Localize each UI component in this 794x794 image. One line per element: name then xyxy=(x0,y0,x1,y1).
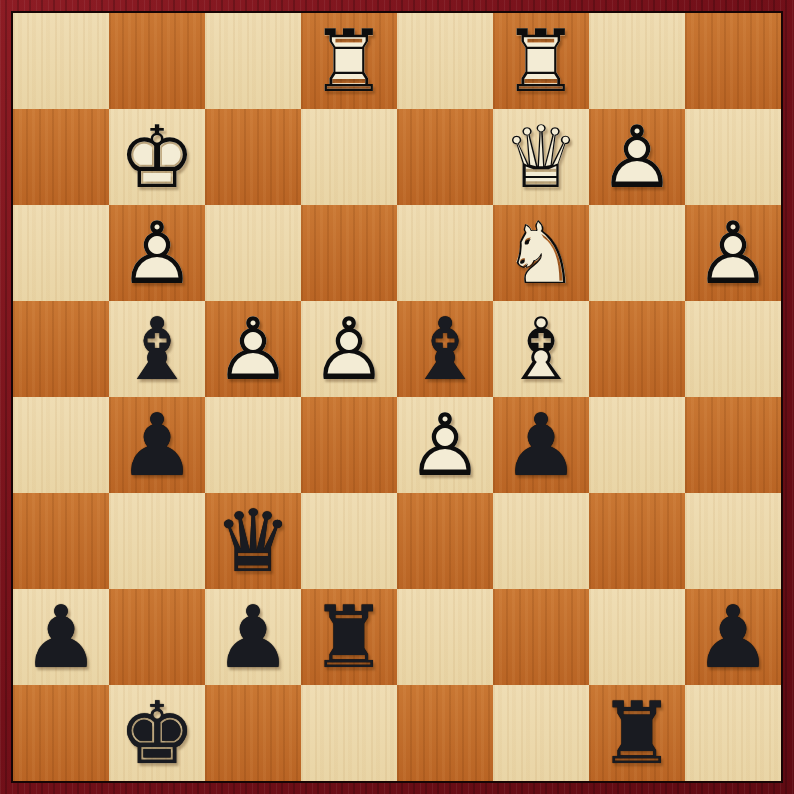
square-f7[interactable]: ♛♕ xyxy=(493,109,589,205)
black-bishop-glyph: ♝ xyxy=(397,301,493,397)
square-h2[interactable]: ♟ xyxy=(685,589,781,685)
white-rook-outline: ♖ xyxy=(493,13,589,109)
black-pawn-glyph: ♟ xyxy=(205,589,301,685)
white-bishop-outline: ♗ xyxy=(493,301,589,397)
white-rook[interactable]: ♜♖ xyxy=(493,13,589,109)
square-d7[interactable] xyxy=(301,109,397,205)
black-bishop-glyph: ♝ xyxy=(109,301,205,397)
black-bishop[interactable]: ♝ xyxy=(109,301,205,397)
white-bishop[interactable]: ♝♗ xyxy=(493,301,589,397)
square-d4[interactable] xyxy=(301,397,397,493)
white-pawn[interactable]: ♟♙ xyxy=(301,301,397,397)
square-f4[interactable]: ♟ xyxy=(493,397,589,493)
square-d5[interactable]: ♟♙ xyxy=(301,301,397,397)
square-f6[interactable]: ♞♘ xyxy=(493,205,589,301)
square-g2[interactable] xyxy=(589,589,685,685)
square-c7[interactable] xyxy=(205,109,301,205)
square-b7[interactable]: ♚♔ xyxy=(109,109,205,205)
black-pawn-glyph: ♟ xyxy=(109,397,205,493)
black-bishop[interactable]: ♝ xyxy=(397,301,493,397)
board-frame: ♜♖♜♖♚♔♛♕♟♙♟♙♞♘♟♙♝♟♙♟♙♝♝♗♟♟♙♟♛♟♟♜♟♚♜ xyxy=(0,0,794,794)
square-d1[interactable] xyxy=(301,685,397,781)
square-b1[interactable]: ♚ xyxy=(109,685,205,781)
black-rook[interactable]: ♜ xyxy=(301,589,397,685)
square-h7[interactable] xyxy=(685,109,781,205)
square-g6[interactable] xyxy=(589,205,685,301)
square-a3[interactable] xyxy=(13,493,109,589)
black-pawn-glyph: ♟ xyxy=(493,397,589,493)
square-h8[interactable] xyxy=(685,13,781,109)
black-queen[interactable]: ♛ xyxy=(205,493,301,589)
square-a2[interactable]: ♟ xyxy=(13,589,109,685)
square-d2[interactable]: ♜ xyxy=(301,589,397,685)
black-king-glyph: ♚ xyxy=(109,685,205,781)
square-c4[interactable] xyxy=(205,397,301,493)
square-b2[interactable] xyxy=(109,589,205,685)
square-e6[interactable] xyxy=(397,205,493,301)
square-d3[interactable] xyxy=(301,493,397,589)
square-c8[interactable] xyxy=(205,13,301,109)
square-f2[interactable] xyxy=(493,589,589,685)
square-a8[interactable] xyxy=(13,13,109,109)
square-g5[interactable] xyxy=(589,301,685,397)
black-rook[interactable]: ♜ xyxy=(589,685,685,781)
white-knight[interactable]: ♞♘ xyxy=(493,205,589,301)
square-e1[interactable] xyxy=(397,685,493,781)
square-c1[interactable] xyxy=(205,685,301,781)
white-pawn[interactable]: ♟♙ xyxy=(109,205,205,301)
white-pawn-outline: ♙ xyxy=(301,301,397,397)
black-pawn[interactable]: ♟ xyxy=(205,589,301,685)
white-pawn[interactable]: ♟♙ xyxy=(397,397,493,493)
black-pawn[interactable]: ♟ xyxy=(109,397,205,493)
square-e4[interactable]: ♟♙ xyxy=(397,397,493,493)
square-e2[interactable] xyxy=(397,589,493,685)
black-pawn-glyph: ♟ xyxy=(13,589,109,685)
square-b8[interactable] xyxy=(109,13,205,109)
square-c6[interactable] xyxy=(205,205,301,301)
white-pawn[interactable]: ♟♙ xyxy=(205,301,301,397)
square-c2[interactable]: ♟ xyxy=(205,589,301,685)
chess-board: ♜♖♜♖♚♔♛♕♟♙♟♙♞♘♟♙♝♟♙♟♙♝♝♗♟♟♙♟♛♟♟♜♟♚♜ xyxy=(13,13,781,781)
square-e8[interactable] xyxy=(397,13,493,109)
square-c3[interactable]: ♛ xyxy=(205,493,301,589)
square-f3[interactable] xyxy=(493,493,589,589)
square-a1[interactable] xyxy=(13,685,109,781)
square-a5[interactable] xyxy=(13,301,109,397)
square-f1[interactable] xyxy=(493,685,589,781)
square-f5[interactable]: ♝♗ xyxy=(493,301,589,397)
square-h4[interactable] xyxy=(685,397,781,493)
square-g7[interactable]: ♟♙ xyxy=(589,109,685,205)
white-pawn[interactable]: ♟♙ xyxy=(589,109,685,205)
white-pawn-outline: ♙ xyxy=(205,301,301,397)
board-inner-rim: ♜♖♜♖♚♔♛♕♟♙♟♙♞♘♟♙♝♟♙♟♙♝♝♗♟♟♙♟♛♟♟♜♟♚♜ xyxy=(11,11,783,783)
square-g8[interactable] xyxy=(589,13,685,109)
square-d6[interactable] xyxy=(301,205,397,301)
white-king[interactable]: ♚♔ xyxy=(109,109,205,205)
white-pawn-outline: ♙ xyxy=(109,205,205,301)
black-rook-glyph: ♜ xyxy=(589,685,685,781)
square-h1[interactable] xyxy=(685,685,781,781)
white-king-outline: ♔ xyxy=(109,109,205,205)
white-pawn-outline: ♙ xyxy=(397,397,493,493)
black-pawn[interactable]: ♟ xyxy=(685,589,781,685)
square-g1[interactable]: ♜ xyxy=(589,685,685,781)
square-e7[interactable] xyxy=(397,109,493,205)
square-b6[interactable]: ♟♙ xyxy=(109,205,205,301)
white-pawn-outline: ♙ xyxy=(589,109,685,205)
white-knight-outline: ♘ xyxy=(493,205,589,301)
black-pawn[interactable]: ♟ xyxy=(13,589,109,685)
square-a7[interactable] xyxy=(13,109,109,205)
white-rook-outline: ♖ xyxy=(301,13,397,109)
square-b4[interactable]: ♟ xyxy=(109,397,205,493)
square-c5[interactable]: ♟♙ xyxy=(205,301,301,397)
square-e5[interactable]: ♝ xyxy=(397,301,493,397)
black-rook-glyph: ♜ xyxy=(301,589,397,685)
white-rook[interactable]: ♜♖ xyxy=(301,13,397,109)
square-e3[interactable] xyxy=(397,493,493,589)
square-h3[interactable] xyxy=(685,493,781,589)
white-queen-outline: ♕ xyxy=(493,109,589,205)
white-pawn-outline: ♙ xyxy=(685,205,781,301)
square-h5[interactable] xyxy=(685,301,781,397)
black-queen-glyph: ♛ xyxy=(205,493,301,589)
square-f8[interactable]: ♜♖ xyxy=(493,13,589,109)
square-h6[interactable]: ♟♙ xyxy=(685,205,781,301)
white-queen[interactable]: ♛♕ xyxy=(493,109,589,205)
black-pawn-glyph: ♟ xyxy=(685,589,781,685)
square-d8[interactable]: ♜♖ xyxy=(301,13,397,109)
square-a4[interactable] xyxy=(13,397,109,493)
square-b5[interactable]: ♝ xyxy=(109,301,205,397)
square-g3[interactable] xyxy=(589,493,685,589)
white-pawn[interactable]: ♟♙ xyxy=(685,205,781,301)
square-a6[interactable] xyxy=(13,205,109,301)
black-king[interactable]: ♚ xyxy=(109,685,205,781)
square-g4[interactable] xyxy=(589,397,685,493)
black-pawn[interactable]: ♟ xyxy=(493,397,589,493)
square-b3[interactable] xyxy=(109,493,205,589)
